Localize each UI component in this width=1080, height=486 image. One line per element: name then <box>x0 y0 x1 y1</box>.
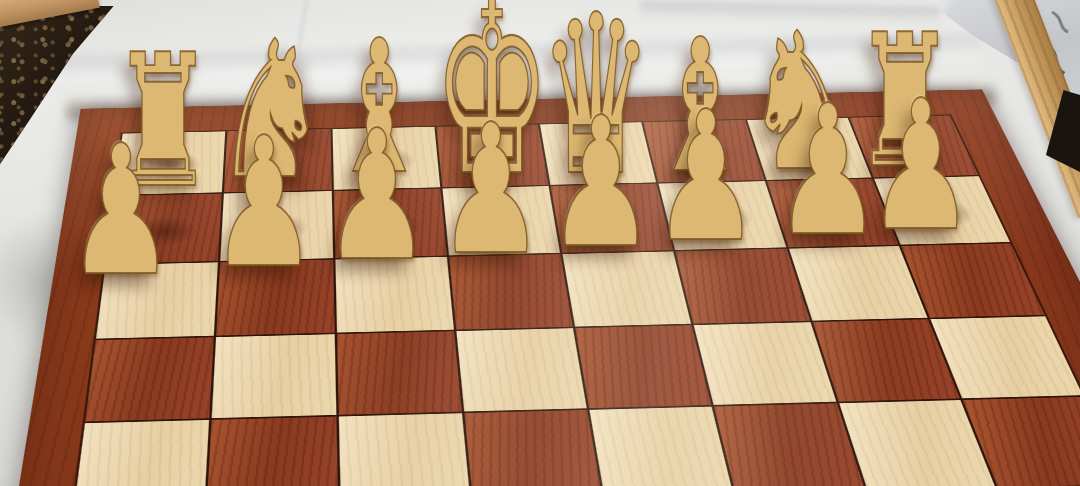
pawn-glyph: ♟ <box>652 87 760 266</box>
photo-stage: ♜♞♝♚♛♝♞♜♟♟♟♟♟♟♟♟ <box>0 0 1080 486</box>
pawn-glyph: ♟ <box>323 106 431 285</box>
pawn-glyph: ♟ <box>547 93 655 272</box>
pawn-glyph: ♟ <box>210 113 318 292</box>
pawn-glyph: ♟ <box>67 121 175 300</box>
pawn-glyph: ♟ <box>437 100 545 279</box>
pieces-layer: ♜♞♝♚♛♝♞♜♟♟♟♟♟♟♟♟ <box>0 0 1080 486</box>
pawn-glyph: ♟ <box>774 81 882 260</box>
pawn-glyph: ♟ <box>867 76 975 255</box>
